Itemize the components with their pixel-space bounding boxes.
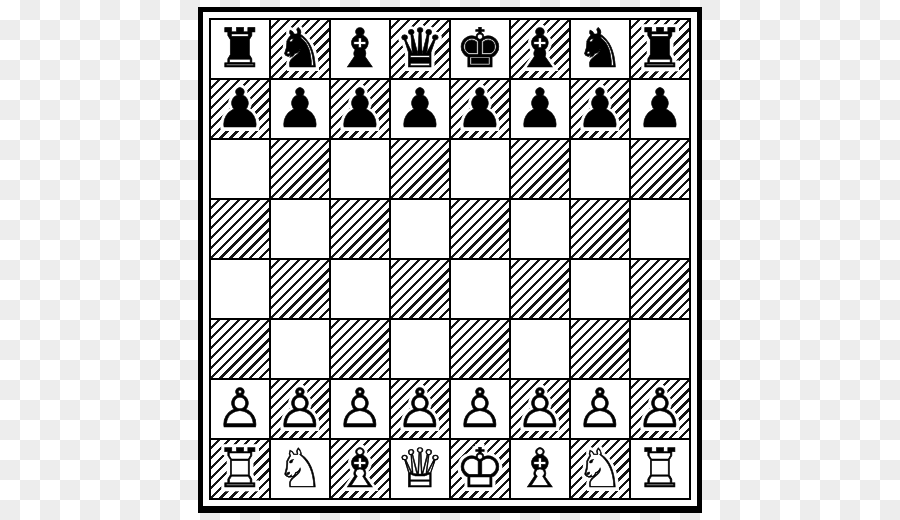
black-pawn-piece: ♟ <box>271 80 329 138</box>
piece-halo: ♟ <box>571 380 629 438</box>
white-queen-piece: ♕ <box>391 440 449 498</box>
square-b7[interactable]: ♟♟ <box>271 80 329 138</box>
canvas: ♜♜♞♞♝♝♛♛♚♚♝♝♞♞♜♜♟♟♟♟♟♟♟♟♟♟♟♟♟♟♟♟♟♙♟♙♟♙♟♙… <box>0 0 900 520</box>
square-a6[interactable] <box>211 140 269 198</box>
square-d4[interactable] <box>391 260 449 318</box>
white-rook-piece: ♖ <box>631 440 689 498</box>
white-bishop-piece: ♗ <box>331 440 389 498</box>
square-e7[interactable]: ♟♟ <box>451 80 509 138</box>
square-b4[interactable] <box>271 260 329 318</box>
black-pawn-piece: ♟ <box>631 80 689 138</box>
piece-halo: ♟ <box>451 80 509 138</box>
square-b3[interactable] <box>271 320 329 378</box>
square-b2[interactable]: ♟♙ <box>271 380 329 438</box>
piece-halo: ♝ <box>331 20 389 78</box>
square-a8[interactable]: ♜♜ <box>211 20 269 78</box>
square-b5[interactable] <box>271 200 329 258</box>
square-a3[interactable] <box>211 320 269 378</box>
square-e1[interactable]: ♚♔ <box>451 440 509 498</box>
white-pawn-piece: ♙ <box>571 380 629 438</box>
piece-halo: ♞ <box>271 20 329 78</box>
piece-halo: ♟ <box>211 80 269 138</box>
square-d8[interactable]: ♛♛ <box>391 20 449 78</box>
square-c7[interactable]: ♟♟ <box>331 80 389 138</box>
square-a2[interactable]: ♟♙ <box>211 380 269 438</box>
square-f6[interactable] <box>511 140 569 198</box>
square-e4[interactable] <box>451 260 509 318</box>
piece-halo: ♟ <box>271 80 329 138</box>
piece-halo: ♞ <box>271 440 329 498</box>
square-g2[interactable]: ♟♙ <box>571 380 629 438</box>
square-g7[interactable]: ♟♟ <box>571 80 629 138</box>
piece-halo: ♟ <box>271 380 329 438</box>
square-b8[interactable]: ♞♞ <box>271 20 329 78</box>
square-f8[interactable]: ♝♝ <box>511 20 569 78</box>
white-pawn-piece: ♙ <box>391 380 449 438</box>
black-pawn-piece: ♟ <box>331 80 389 138</box>
square-a7[interactable]: ♟♟ <box>211 80 269 138</box>
piece-halo: ♝ <box>511 440 569 498</box>
black-bishop-piece: ♝ <box>511 20 569 78</box>
black-king-piece: ♚ <box>451 20 509 78</box>
piece-halo: ♞ <box>571 20 629 78</box>
square-d7[interactable]: ♟♟ <box>391 80 449 138</box>
square-h2[interactable]: ♟♙ <box>631 380 689 438</box>
piece-halo: ♜ <box>631 440 689 498</box>
white-pawn-piece: ♙ <box>511 380 569 438</box>
square-g4[interactable] <box>571 260 629 318</box>
square-h7[interactable]: ♟♟ <box>631 80 689 138</box>
piece-halo: ♝ <box>511 20 569 78</box>
white-pawn-piece: ♙ <box>211 380 269 438</box>
white-knight-piece: ♘ <box>571 440 629 498</box>
square-c3[interactable] <box>331 320 389 378</box>
white-pawn-piece: ♙ <box>631 380 689 438</box>
white-rook-piece: ♖ <box>211 440 269 498</box>
square-f1[interactable]: ♝♗ <box>511 440 569 498</box>
piece-halo: ♜ <box>631 20 689 78</box>
square-e2[interactable]: ♟♙ <box>451 380 509 438</box>
white-knight-piece: ♘ <box>271 440 329 498</box>
black-pawn-piece: ♟ <box>511 80 569 138</box>
piece-halo: ♟ <box>631 380 689 438</box>
square-c1[interactable]: ♝♗ <box>331 440 389 498</box>
black-rook-piece: ♜ <box>211 20 269 78</box>
piece-halo: ♟ <box>571 80 629 138</box>
piece-halo: ♟ <box>451 380 509 438</box>
square-d6[interactable] <box>391 140 449 198</box>
square-g8[interactable]: ♞♞ <box>571 20 629 78</box>
square-b1[interactable]: ♞♘ <box>271 440 329 498</box>
piece-halo: ♟ <box>391 380 449 438</box>
piece-halo: ♜ <box>211 20 269 78</box>
square-f3[interactable] <box>511 320 569 378</box>
square-c8[interactable]: ♝♝ <box>331 20 389 78</box>
chess-board: ♜♜♞♞♝♝♛♛♚♚♝♝♞♞♜♜♟♟♟♟♟♟♟♟♟♟♟♟♟♟♟♟♟♙♟♙♟♙♟♙… <box>209 18 691 500</box>
piece-halo: ♚ <box>451 20 509 78</box>
square-h8[interactable]: ♜♜ <box>631 20 689 78</box>
piece-halo: ♞ <box>571 440 629 498</box>
square-g1[interactable]: ♞♘ <box>571 440 629 498</box>
white-pawn-piece: ♙ <box>271 380 329 438</box>
square-g6[interactable] <box>571 140 629 198</box>
white-pawn-piece: ♙ <box>331 380 389 438</box>
white-pawn-piece: ♙ <box>451 380 509 438</box>
piece-halo: ♟ <box>391 80 449 138</box>
black-bishop-piece: ♝ <box>331 20 389 78</box>
square-a5[interactable] <box>211 200 269 258</box>
square-c5[interactable] <box>331 200 389 258</box>
square-e3[interactable] <box>451 320 509 378</box>
square-a4[interactable] <box>211 260 269 318</box>
piece-halo: ♝ <box>331 440 389 498</box>
piece-halo: ♛ <box>391 440 449 498</box>
black-pawn-piece: ♟ <box>211 80 269 138</box>
square-g3[interactable] <box>571 320 629 378</box>
square-c6[interactable] <box>331 140 389 198</box>
square-e8[interactable]: ♚♚ <box>451 20 509 78</box>
piece-halo: ♜ <box>211 440 269 498</box>
white-bishop-piece: ♗ <box>511 440 569 498</box>
square-d3[interactable] <box>391 320 449 378</box>
black-knight-piece: ♞ <box>571 20 629 78</box>
square-e5[interactable] <box>451 200 509 258</box>
square-f2[interactable]: ♟♙ <box>511 380 569 438</box>
black-pawn-piece: ♟ <box>571 80 629 138</box>
piece-halo: ♟ <box>631 80 689 138</box>
black-knight-piece: ♞ <box>271 20 329 78</box>
black-pawn-piece: ♟ <box>391 80 449 138</box>
square-h4[interactable] <box>631 260 689 318</box>
square-f7[interactable]: ♟♟ <box>511 80 569 138</box>
white-king-piece: ♔ <box>451 440 509 498</box>
piece-halo: ♟ <box>511 80 569 138</box>
square-g5[interactable] <box>571 200 629 258</box>
square-f4[interactable] <box>511 260 569 318</box>
square-c4[interactable] <box>331 260 389 318</box>
piece-halo: ♛ <box>391 20 449 78</box>
square-h6[interactable] <box>631 140 689 198</box>
square-h5[interactable] <box>631 200 689 258</box>
piece-halo: ♟ <box>511 380 569 438</box>
piece-halo: ♚ <box>451 440 509 498</box>
square-c2[interactable]: ♟♙ <box>331 380 389 438</box>
piece-halo: ♟ <box>331 380 389 438</box>
square-d2[interactable]: ♟♙ <box>391 380 449 438</box>
square-a1[interactable]: ♜♖ <box>211 440 269 498</box>
black-queen-piece: ♛ <box>391 20 449 78</box>
square-f5[interactable] <box>511 200 569 258</box>
square-h3[interactable] <box>631 320 689 378</box>
black-rook-piece: ♜ <box>631 20 689 78</box>
piece-halo: ♟ <box>211 380 269 438</box>
square-h1[interactable]: ♜♖ <box>631 440 689 498</box>
board-frame: ♜♜♞♞♝♝♛♛♚♚♝♝♞♞♜♜♟♟♟♟♟♟♟♟♟♟♟♟♟♟♟♟♟♙♟♙♟♙♟♙… <box>198 7 702 513</box>
square-d5[interactable] <box>391 200 449 258</box>
square-e6[interactable] <box>451 140 509 198</box>
square-b6[interactable] <box>271 140 329 198</box>
piece-halo: ♟ <box>331 80 389 138</box>
square-d1[interactable]: ♛♕ <box>391 440 449 498</box>
black-pawn-piece: ♟ <box>451 80 509 138</box>
